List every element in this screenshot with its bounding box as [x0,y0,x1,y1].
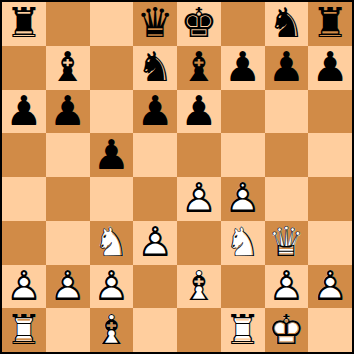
square-h5[interactable] [308,133,352,177]
square-a4[interactable] [2,177,46,221]
piece-fill: ♟ [221,177,265,221]
piece-fill: ♝ [177,46,221,90]
black-bishop-icon[interactable]: ♝ [177,46,221,90]
square-f8[interactable] [221,2,265,46]
piece-outline: ♗ [177,265,221,309]
square-g3[interactable]: ♛♕ [265,221,309,265]
piece-fill: ♟ [265,265,309,309]
white-bishop-icon[interactable]: ♝♗ [90,308,134,352]
white-knight-icon[interactable]: ♞♘ [221,221,265,265]
square-c3[interactable]: ♞♘ [90,221,134,265]
piece-fill: ♟ [46,265,90,309]
piece-outline: ♗ [90,308,134,352]
piece-fill: ♝ [177,265,221,309]
piece-outline: ♙ [133,221,177,265]
square-e5[interactable] [177,133,221,177]
square-c2[interactable]: ♟♙ [90,265,134,309]
square-a5[interactable] [2,133,46,177]
white-king-icon[interactable]: ♚♔ [265,308,309,352]
square-c5[interactable]: ♟ [90,133,134,177]
piece-fill: ♟ [177,90,221,134]
piece-outline: ♘ [221,221,265,265]
piece-fill: ♜ [2,308,46,352]
piece-fill: ♟ [221,46,265,90]
square-b7[interactable]: ♝ [46,46,90,90]
square-a2[interactable]: ♟♙ [2,265,46,309]
piece-fill: ♟ [90,133,134,177]
square-c6[interactable] [90,90,134,134]
piece-outline: ♔ [265,308,309,352]
square-d6[interactable]: ♟ [133,90,177,134]
piece-fill: ♟ [308,265,352,309]
square-d8[interactable]: ♛ [133,2,177,46]
square-h6[interactable] [308,90,352,134]
piece-outline: ♙ [46,265,90,309]
square-f2[interactable] [221,265,265,309]
square-f4[interactable]: ♟♙ [221,177,265,221]
white-pawn-icon[interactable]: ♟♙ [133,221,177,265]
white-bishop-icon[interactable]: ♝♗ [177,265,221,309]
square-b5[interactable] [46,133,90,177]
piece-fill: ♟ [133,221,177,265]
square-e2[interactable]: ♝♗ [177,265,221,309]
black-pawn-icon[interactable]: ♟ [46,90,90,134]
square-d5[interactable] [133,133,177,177]
black-pawn-icon[interactable]: ♟ [177,90,221,134]
white-pawn-icon[interactable]: ♟♙ [177,177,221,221]
black-bishop-icon[interactable]: ♝ [46,46,90,90]
square-f1[interactable]: ♜♖ [221,308,265,352]
square-c1[interactable]: ♝♗ [90,308,134,352]
piece-fill: ♟ [177,177,221,221]
board-frame: ♜♛♚♞♜♝♞♝♟♟♟♟♟♟♟♟♟♙♟♙♞♘♟♙♞♘♛♕♟♙♟♙♟♙♝♗♟♙♟♙… [0,0,354,354]
black-rook-icon[interactable]: ♜ [308,2,352,46]
piece-fill: ♞ [221,221,265,265]
square-b6[interactable]: ♟ [46,90,90,134]
piece-fill: ♚ [177,2,221,46]
square-a3[interactable] [2,221,46,265]
square-b2[interactable]: ♟♙ [46,265,90,309]
square-g8[interactable]: ♞ [265,2,309,46]
piece-outline: ♘ [90,221,134,265]
square-a8[interactable]: ♜ [2,2,46,46]
black-pawn-icon[interactable]: ♟ [308,46,352,90]
square-b8[interactable] [46,2,90,46]
piece-fill: ♚ [265,308,309,352]
piece-outline: ♕ [265,221,309,265]
piece-fill: ♞ [133,46,177,90]
piece-fill: ♛ [133,2,177,46]
square-g1[interactable]: ♚♔ [265,308,309,352]
piece-fill: ♟ [133,90,177,134]
piece-outline: ♙ [221,177,265,221]
square-d2[interactable] [133,265,177,309]
piece-fill: ♞ [90,221,134,265]
square-a1[interactable]: ♜♖ [2,308,46,352]
piece-outline: ♙ [265,265,309,309]
black-pawn-icon[interactable]: ♟ [2,90,46,134]
white-queen-icon[interactable]: ♛♕ [265,221,309,265]
piece-fill: ♟ [46,90,90,134]
black-knight-icon[interactable]: ♞ [133,46,177,90]
square-g7[interactable]: ♟ [265,46,309,90]
square-f3[interactable]: ♞♘ [221,221,265,265]
piece-fill: ♟ [308,46,352,90]
square-b1[interactable] [46,308,90,352]
square-e7[interactable]: ♝ [177,46,221,90]
square-e3[interactable] [177,221,221,265]
square-e8[interactable]: ♚ [177,2,221,46]
white-pawn-icon[interactable]: ♟♙ [221,177,265,221]
square-g2[interactable]: ♟♙ [265,265,309,309]
piece-fill: ♟ [90,265,134,309]
white-pawn-icon[interactable]: ♟♙ [308,265,352,309]
white-rook-icon[interactable]: ♜♖ [2,308,46,352]
white-knight-icon[interactable]: ♞♘ [90,221,134,265]
square-h8[interactable]: ♜ [308,2,352,46]
piece-outline: ♖ [2,308,46,352]
piece-fill: ♜ [308,2,352,46]
square-d4[interactable] [133,177,177,221]
piece-fill: ♟ [2,90,46,134]
square-c7[interactable] [90,46,134,90]
piece-outline: ♙ [90,265,134,309]
piece-outline: ♙ [308,265,352,309]
square-e6[interactable]: ♟ [177,90,221,134]
piece-fill: ♜ [221,308,265,352]
square-c4[interactable] [90,177,134,221]
square-b3[interactable] [46,221,90,265]
square-h3[interactable] [308,221,352,265]
piece-fill: ♜ [2,2,46,46]
square-h7[interactable]: ♟ [308,46,352,90]
square-f7[interactable]: ♟ [221,46,265,90]
square-d3[interactable]: ♟♙ [133,221,177,265]
black-pawn-icon[interactable]: ♟ [90,133,134,177]
black-pawn-icon[interactable]: ♟ [221,46,265,90]
square-h4[interactable] [308,177,352,221]
square-f5[interactable] [221,133,265,177]
white-rook-icon[interactable]: ♜♖ [221,308,265,352]
black-pawn-icon[interactable]: ♟ [133,90,177,134]
white-pawn-icon[interactable]: ♟♙ [46,265,90,309]
square-g6[interactable] [265,90,309,134]
square-h2[interactable]: ♟♙ [308,265,352,309]
black-king-icon[interactable]: ♚ [177,2,221,46]
white-pawn-icon[interactable]: ♟♙ [265,265,309,309]
square-e4[interactable]: ♟♙ [177,177,221,221]
piece-outline: ♙ [177,177,221,221]
square-e1[interactable] [177,308,221,352]
black-queen-icon[interactable]: ♛ [133,2,177,46]
piece-fill: ♟ [2,265,46,309]
chess-board: ♜♛♚♞♜♝♞♝♟♟♟♟♟♟♟♟♟♙♟♙♞♘♟♙♞♘♛♕♟♙♟♙♟♙♝♗♟♙♟♙… [2,2,352,352]
square-h1[interactable] [308,308,352,352]
square-f6[interactable] [221,90,265,134]
white-pawn-icon[interactable]: ♟♙ [90,265,134,309]
black-pawn-icon[interactable]: ♟ [265,46,309,90]
piece-fill: ♝ [90,308,134,352]
white-pawn-icon[interactable]: ♟♙ [2,265,46,309]
piece-outline: ♖ [221,308,265,352]
piece-fill: ♛ [265,221,309,265]
square-g5[interactable] [265,133,309,177]
square-b4[interactable] [46,177,90,221]
black-knight-icon[interactable]: ♞ [265,2,309,46]
square-a6[interactable]: ♟ [2,90,46,134]
square-g4[interactable] [265,177,309,221]
piece-fill: ♞ [265,2,309,46]
piece-fill: ♟ [265,46,309,90]
square-a7[interactable] [2,46,46,90]
square-c8[interactable] [90,2,134,46]
square-d7[interactable]: ♞ [133,46,177,90]
piece-fill: ♝ [46,46,90,90]
piece-outline: ♙ [2,265,46,309]
black-rook-icon[interactable]: ♜ [2,2,46,46]
square-d1[interactable] [133,308,177,352]
